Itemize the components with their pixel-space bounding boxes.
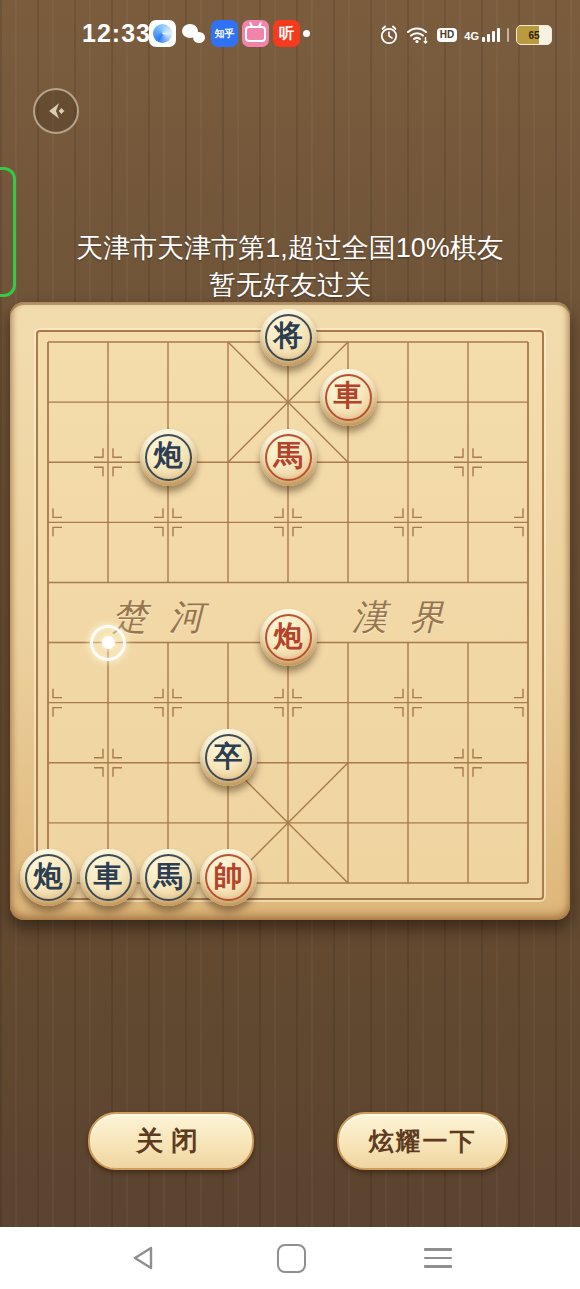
river-label-right: 漢界 xyxy=(352,594,466,641)
back-button[interactable] xyxy=(33,88,79,134)
bilibili-icon xyxy=(242,20,269,47)
clock-time: 12:33 xyxy=(82,19,151,48)
nav-menu-icon[interactable] xyxy=(424,1248,452,1268)
black-cannon[interactable]: 炮 xyxy=(20,849,77,906)
black-cannon[interactable]: 炮 xyxy=(140,429,197,486)
wifi-icon xyxy=(406,25,430,45)
nav-bar xyxy=(0,1227,580,1289)
move-indicator-dot[interactable] xyxy=(90,625,126,661)
black-horse[interactable]: 馬 xyxy=(140,849,197,906)
red-cannon[interactable]: 炮 xyxy=(260,609,317,666)
browser-icon xyxy=(149,20,176,47)
battery-indicator: 65 xyxy=(516,25,552,45)
signal-4g-icon: 4G xyxy=(464,28,500,42)
battery-percent: 65 xyxy=(517,26,551,44)
brag-button[interactable]: 炫耀一下 xyxy=(337,1112,508,1170)
xiangqi-board[interactable]: 楚河 漢界 将車炮馬炮卒炮車馬帥 xyxy=(10,302,570,920)
screen-background: 12:33 知乎 听 HD 4G xyxy=(0,0,580,1289)
notification-dot xyxy=(303,30,310,37)
black-general[interactable]: 将 xyxy=(260,309,317,366)
friends-text: 暂无好友过关 xyxy=(0,267,580,303)
back-icon xyxy=(43,98,69,124)
hd-badge: HD xyxy=(437,28,457,42)
black-chariot[interactable]: 車 xyxy=(80,849,137,906)
rank-text: 天津市天津市第1,超过全国10%棋友 xyxy=(0,230,580,266)
status-bar: 12:33 知乎 听 HD 4G xyxy=(0,16,580,54)
zhihu-icon: 知乎 xyxy=(211,20,238,47)
alarm-clock-icon xyxy=(379,24,399,46)
red-horse[interactable]: 馬 xyxy=(260,429,317,486)
river-label-left: 楚河 xyxy=(112,594,226,641)
red-general[interactable]: 帥 xyxy=(200,849,257,906)
close-button[interactable]: 关闭 xyxy=(88,1112,254,1170)
red-chariot[interactable]: 車 xyxy=(320,369,377,426)
black-soldier[interactable]: 卒 xyxy=(200,729,257,786)
wechat-icon xyxy=(180,20,207,47)
nav-home-icon[interactable] xyxy=(277,1244,306,1273)
nav-back-icon[interactable] xyxy=(128,1241,158,1275)
ting-icon: 听 xyxy=(273,20,300,47)
status-divider xyxy=(507,28,509,42)
ribbon-banner: 41秒过关 xyxy=(0,150,580,230)
